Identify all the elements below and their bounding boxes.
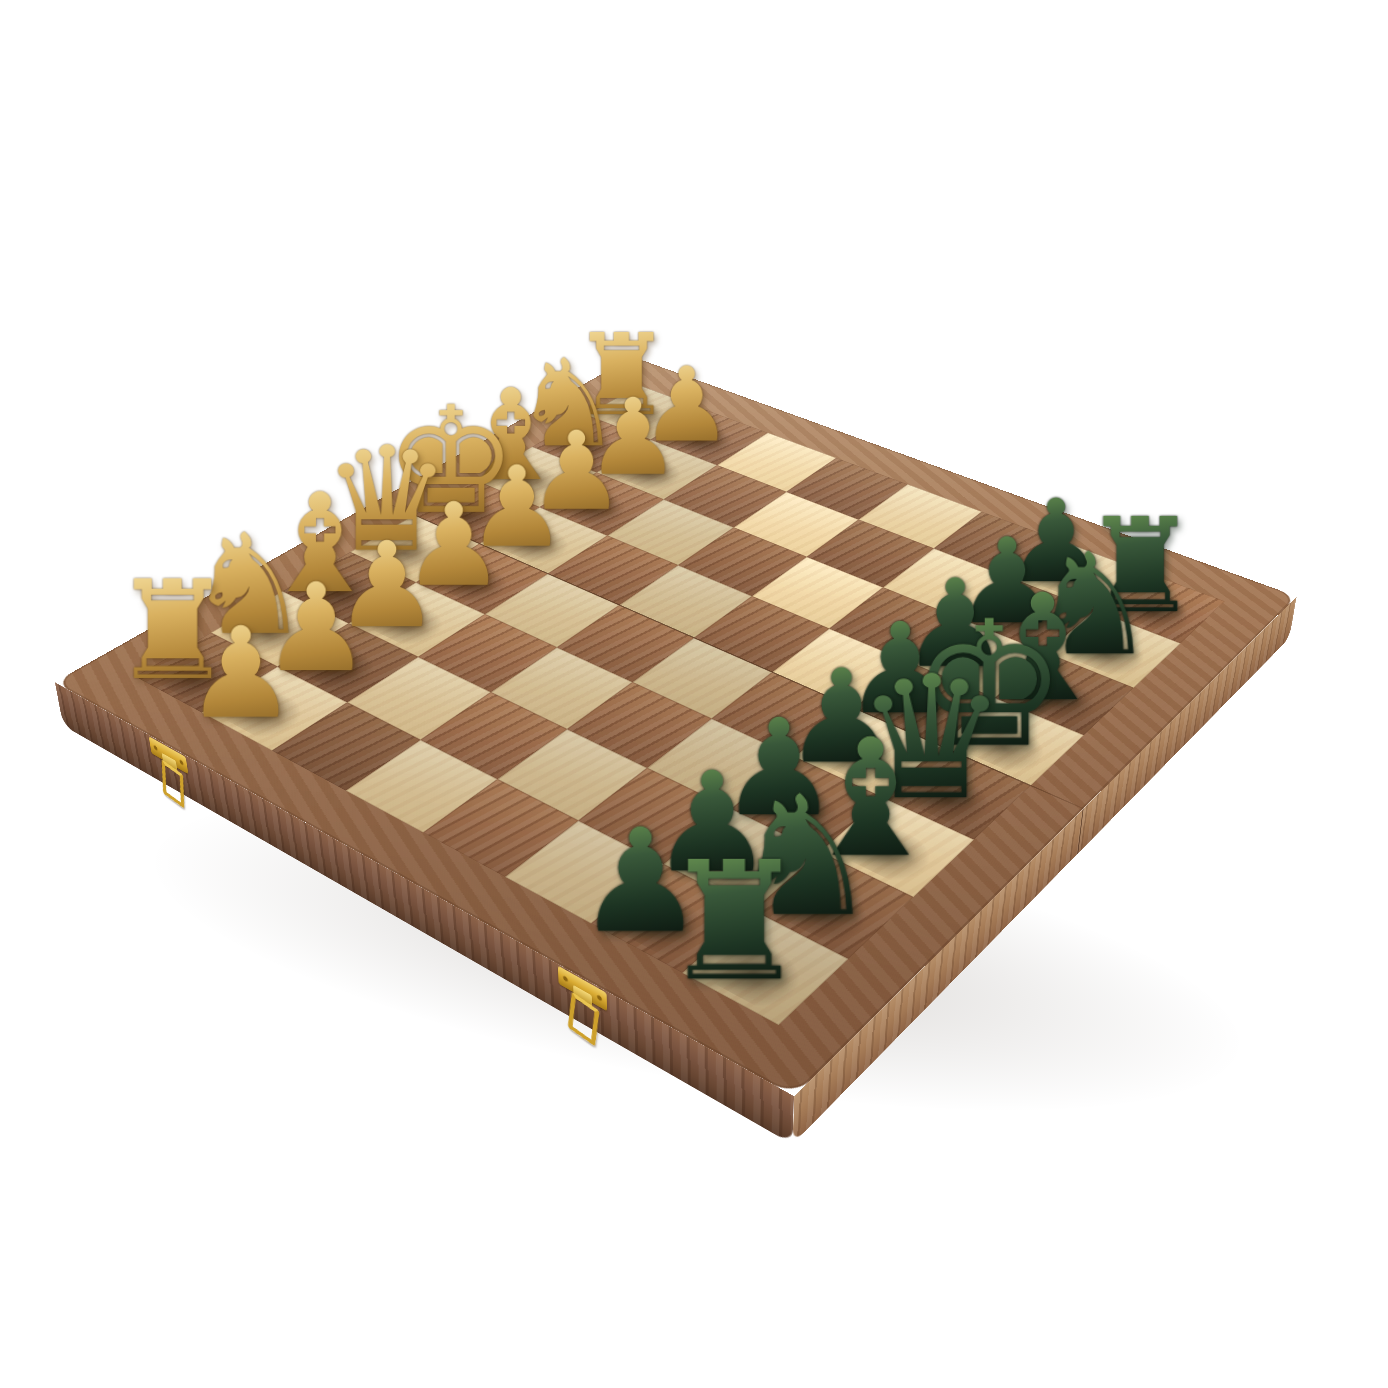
product-photo: ♜♟♟♜♞♟♟♞♝♟♟♝♚♟♟♚♛♟♟♛♝♟♟♝♞♟♟♞♜♟♟♜ [0,0,1388,1388]
fold-seam-edge [1077,809,1083,855]
board-grid: ♜♟♟♜♞♟♟♞♝♟♟♝♚♟♟♚♛♟♟♛♝♟♟♝♞♟♟♞♜♟♟♜ [135,385,1225,1025]
white-pawn[interactable]: ♟ [145,614,336,733]
chess-box: ♜♟♟♜♞♟♟♞♝♟♟♝♚♟♟♚♛♟♟♛♝♟♟♝♞♟♟♞♜♟♟♜ [55,357,1297,1097]
scene: ♜♟♟♜♞♟♟♞♝♟♟♝♚♟♟♚♛♟♟♛♝♟♟♝♞♟♟♞♜♟♟♜ [0,0,1388,1388]
chess-board: ♜♟♟♜♞♟♟♞♝♟♟♝♚♟♟♚♛♟♟♛♝♟♟♝♞♟♟♞♜♟♟♜ [55,357,1297,1097]
black-rook[interactable]: ♜ [622,844,846,1000]
